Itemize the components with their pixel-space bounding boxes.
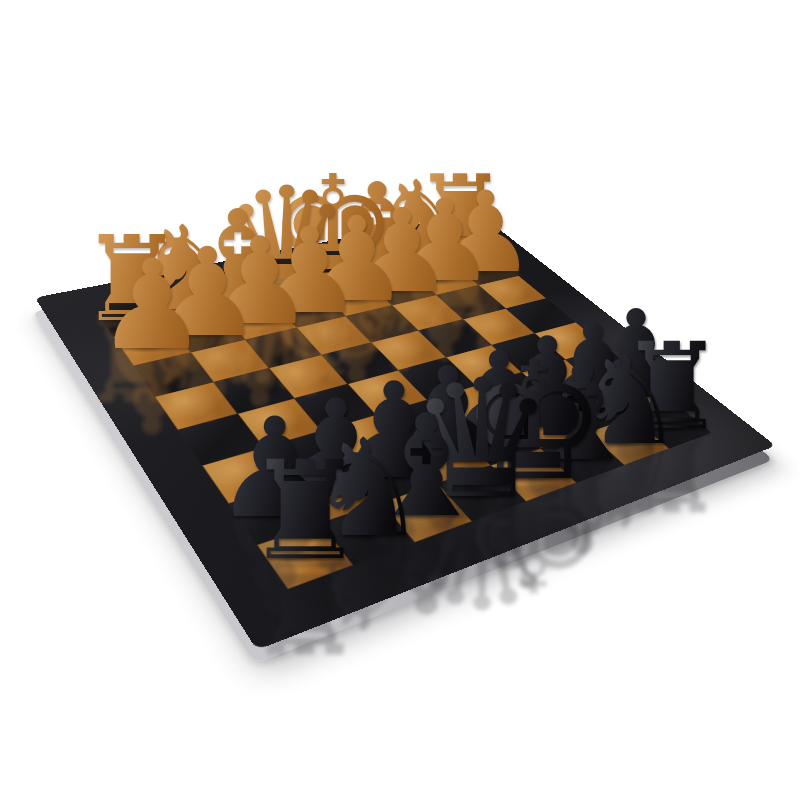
piece-golden-pawn-a2[interactable]: ♟ <box>96 243 207 367</box>
product-photo-stage: ♜♞♝♟♚♟♛♟♝♟♞♟♜♟♟♟♟♟♟♜♟♞♟♝♚♟♛♟♝♟♞♜♜♞♝♟♚♟♛♟… <box>0 0 800 800</box>
pieces-layer: ♜♞♝♟♚♟♛♟♝♟♞♟♜♟♟♟♟♟♟♜♟♞♟♝♚♟♛♟♝♟♞♜♜♞♝♟♚♟♛♟… <box>0 0 800 800</box>
piece-black-rook-a8[interactable]: ♜ <box>244 443 366 579</box>
